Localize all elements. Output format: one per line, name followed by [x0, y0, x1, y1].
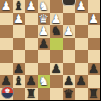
- board-square-r7c5[interactable]: ♛: [63, 88, 76, 101]
- board-square-r5c7[interactable]: ♟: [88, 63, 101, 76]
- board-square-r4c0[interactable]: [0, 50, 13, 63]
- board-square-r5c0[interactable]: [0, 63, 13, 76]
- board-square-r2c4[interactable]: ♞: [50, 25, 63, 38]
- board-square-r1c1[interactable]: ♟: [13, 13, 26, 26]
- board-square-r6c5[interactable]: ♟: [63, 75, 76, 88]
- board-square-r7c1[interactable]: [13, 88, 26, 101]
- board-square-r4c5[interactable]: [63, 50, 76, 63]
- white-pawn-piece[interactable]: ♟: [38, 25, 49, 38]
- board-square-r1c7[interactable]: ♟: [88, 13, 101, 26]
- board-square-r3c0[interactable]: [0, 38, 13, 51]
- board-square-r2c5[interactable]: ♟: [63, 25, 76, 38]
- board-square-r5c4[interactable]: ♟: [50, 63, 63, 76]
- board-square-r3c5[interactable]: [63, 38, 76, 51]
- black-pawn-piece[interactable]: ♟: [26, 75, 37, 88]
- board-square-r1c3[interactable]: ♛: [38, 13, 51, 26]
- white-pawn-piece[interactable]: ♟: [1, 0, 12, 12]
- board-square-r2c2[interactable]: [25, 25, 38, 38]
- black-pawn-piece[interactable]: ♟: [51, 62, 62, 75]
- board-square-r5c2[interactable]: [25, 63, 38, 76]
- white-queen-piece[interactable]: ♛: [38, 12, 49, 25]
- black-pawn-piece[interactable]: ♟: [63, 75, 74, 88]
- board-square-r4c4[interactable]: [50, 50, 63, 63]
- black-pawn-piece[interactable]: ♟: [38, 37, 49, 50]
- board-square-r0c1[interactable]: ♝: [13, 0, 26, 13]
- black-bishop-piece[interactable]: ♝: [13, 75, 24, 88]
- board-square-r1c4[interactable]: ♟: [50, 13, 63, 26]
- board-square-r0c2[interactable]: ♟: [25, 0, 38, 13]
- board-square-r3c1[interactable]: [13, 38, 26, 51]
- board-square-r3c3[interactable]: ♟: [38, 38, 51, 51]
- board-square-r0c0[interactable]: ♟: [0, 0, 13, 13]
- board-square-r1c0[interactable]: [0, 13, 13, 26]
- chess-board[interactable]: ♟♝♟♞♟♟♛♟♟♟♞♟♟♟♟♟♟♝♟♞♟♟♜♛♜: [0, 0, 100, 100]
- board-square-r7c6[interactable]: [75, 88, 88, 101]
- board-square-r5c3[interactable]: [38, 63, 51, 76]
- board-square-r7c4[interactable]: [50, 88, 63, 101]
- board-square-r6c2[interactable]: ♟: [25, 75, 38, 88]
- result-badge-icon: ♚: [1, 86, 14, 99]
- board-square-r3c4[interactable]: [50, 38, 63, 51]
- board-square-r4c6[interactable]: [75, 50, 88, 63]
- king-icon: ♚: [4, 88, 10, 95]
- board-square-r2c7[interactable]: [88, 25, 101, 38]
- cropped-ui-fragment: [62, 0, 76, 6]
- board-square-r0c4[interactable]: [50, 0, 63, 13]
- white-pawn-piece[interactable]: ♟: [88, 12, 99, 25]
- white-pawn-piece[interactable]: ♟: [76, 0, 87, 12]
- board-square-r4c3[interactable]: [38, 50, 51, 63]
- board-square-r3c6[interactable]: [75, 38, 88, 51]
- board-square-r4c2[interactable]: [25, 50, 38, 63]
- white-pawn-piece[interactable]: ♟: [26, 0, 37, 12]
- black-bishop-piece[interactable]: ♝: [13, 0, 24, 12]
- white-pawn-piece[interactable]: ♟: [13, 12, 24, 25]
- board-square-r1c6[interactable]: [75, 13, 88, 26]
- board-square-r2c3[interactable]: ♟: [38, 25, 51, 38]
- board-square-r0c6[interactable]: ♟: [75, 0, 88, 13]
- black-queen-piece[interactable]: ♛: [63, 87, 74, 100]
- board-square-r6c1[interactable]: ♝: [13, 75, 26, 88]
- chess-board-screenshot: ♟♝♟♞♟♟♛♟♟♟♞♟♟♟♟♟♟♝♟♞♟♟♜♛♜ ♚: [0, 0, 100, 100]
- black-rook-piece[interactable]: ♜: [26, 87, 37, 100]
- board-square-r3c7[interactable]: [88, 38, 101, 51]
- white-pawn-piece[interactable]: ♟: [63, 25, 74, 38]
- white-knight-piece[interactable]: ♞: [38, 75, 49, 88]
- board-square-r6c6[interactable]: ♟: [75, 75, 88, 88]
- board-square-r4c7[interactable]: [88, 50, 101, 63]
- black-knight-piece[interactable]: ♞: [51, 25, 62, 38]
- board-square-r6c7[interactable]: [88, 75, 101, 88]
- white-pawn-piece[interactable]: ♟: [51, 12, 62, 25]
- board-square-r7c3[interactable]: [38, 88, 51, 101]
- board-square-r5c6[interactable]: [75, 63, 88, 76]
- board-square-r5c5[interactable]: [63, 63, 76, 76]
- board-square-r0c3[interactable]: ♞: [38, 0, 51, 13]
- board-square-r1c2[interactable]: [25, 13, 38, 26]
- black-pawn-piece[interactable]: ♟: [88, 62, 99, 75]
- board-square-r3c2[interactable]: [25, 38, 38, 51]
- board-square-r6c4[interactable]: [50, 75, 63, 88]
- board-square-r2c0[interactable]: [0, 25, 13, 38]
- board-square-r6c3[interactable]: ♞: [38, 75, 51, 88]
- board-square-r1c5[interactable]: [63, 13, 76, 26]
- board-square-r2c6[interactable]: [75, 25, 88, 38]
- board-square-r4c1[interactable]: [13, 50, 26, 63]
- board-square-r0c7[interactable]: [88, 0, 101, 13]
- board-square-r7c7[interactable]: ♜: [88, 88, 101, 101]
- board-square-r7c2[interactable]: ♜: [25, 88, 38, 101]
- black-rook-piece[interactable]: ♜: [88, 87, 99, 100]
- board-square-r2c1[interactable]: [13, 25, 26, 38]
- white-knight-piece[interactable]: ♞: [38, 0, 49, 12]
- black-pawn-piece[interactable]: ♟: [13, 62, 24, 75]
- black-pawn-piece[interactable]: ♟: [76, 75, 87, 88]
- board-square-r5c1[interactable]: ♟: [13, 63, 26, 76]
